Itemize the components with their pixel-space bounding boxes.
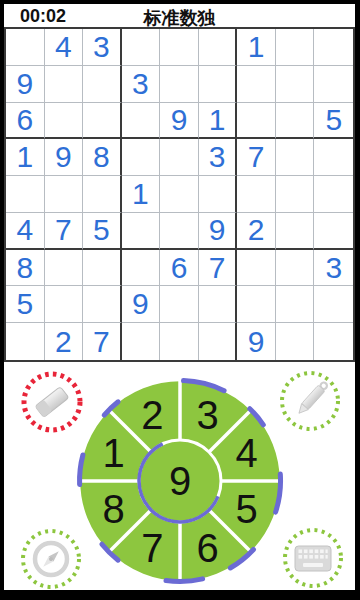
- sudoku-cell-r4c1[interactable]: 1: [6, 139, 45, 176]
- sudoku-cell-r1c9[interactable]: [314, 29, 353, 66]
- wheel-number-8[interactable]: 8: [102, 487, 124, 531]
- sudoku-cell-r6c9[interactable]: [314, 213, 353, 250]
- sudoku-cell-r8c8[interactable]: [276, 286, 315, 323]
- pencil-icon: [296, 380, 330, 416]
- sudoku-cell-r9c2[interactable]: 2: [45, 323, 84, 360]
- sudoku-cell-r8c7[interactable]: [237, 286, 276, 323]
- sudoku-cell-r6c4[interactable]: [122, 213, 161, 250]
- sudoku-cell-r1c3[interactable]: 3: [83, 29, 122, 66]
- sudoku-cell-r3c7[interactable]: [237, 103, 276, 140]
- sudoku-cell-r4c3[interactable]: 8: [83, 139, 122, 176]
- sudoku-cell-r4c8[interactable]: [276, 139, 315, 176]
- sudoku-cell-r7c2[interactable]: [45, 250, 84, 287]
- sudoku-cell-r5c7[interactable]: [237, 176, 276, 213]
- wheel-number-2[interactable]: 2: [141, 393, 163, 437]
- header-bar: 00:02 标准数独: [4, 4, 355, 27]
- compass-button[interactable]: [19, 527, 83, 591]
- sudoku-cell-r4c7[interactable]: 7: [237, 139, 276, 176]
- sudoku-cell-r3c3[interactable]: [83, 103, 122, 140]
- sudoku-cell-r2c2[interactable]: [45, 66, 84, 103]
- sudoku-cell-r2c7[interactable]: [237, 66, 276, 103]
- sudoku-cell-r3c6[interactable]: 1: [199, 103, 238, 140]
- sudoku-cell-r8c1[interactable]: 5: [6, 286, 45, 323]
- sudoku-cell-r1c5[interactable]: [160, 29, 199, 66]
- sudoku-cell-r8c4[interactable]: 9: [122, 286, 161, 323]
- sudoku-cell-r7c1[interactable]: 8: [6, 250, 45, 287]
- wheel-number-4[interactable]: 4: [235, 431, 257, 475]
- sudoku-cell-r2c6[interactable]: [199, 66, 238, 103]
- sudoku-cell-r2c8[interactable]: [276, 66, 315, 103]
- sudoku-cell-r6c8[interactable]: [276, 213, 315, 250]
- wheel-number-3[interactable]: 3: [196, 393, 218, 437]
- sudoku-cell-r9c8[interactable]: [276, 323, 315, 360]
- sudoku-cell-r6c2[interactable]: 7: [45, 213, 84, 250]
- sudoku-cell-r2c1[interactable]: 9: [6, 66, 45, 103]
- sudoku-cell-r1c7[interactable]: 1: [237, 29, 276, 66]
- sudoku-cell-r1c1[interactable]: [6, 29, 45, 66]
- sudoku-cell-r9c1[interactable]: [6, 323, 45, 360]
- sudoku-cell-r3c5[interactable]: 9: [160, 103, 199, 140]
- sudoku-cell-r8c3[interactable]: [83, 286, 122, 323]
- sudoku-cell-r6c1[interactable]: 4: [6, 213, 45, 250]
- sudoku-cell-r8c2[interactable]: [45, 286, 84, 323]
- sudoku-cell-r9c5[interactable]: [160, 323, 199, 360]
- wheel-number-7[interactable]: 7: [141, 526, 163, 570]
- sudoku-cell-r5c8[interactable]: [276, 176, 315, 213]
- sudoku-cell-r2c3[interactable]: [83, 66, 122, 103]
- sudoku-cell-r4c6[interactable]: 3: [199, 139, 238, 176]
- wheel-number-5[interactable]: 5: [235, 487, 257, 531]
- sudoku-cell-r3c1[interactable]: 6: [6, 103, 45, 140]
- sudoku-cell-r5c6[interactable]: [199, 176, 238, 213]
- sudoku-cell-r9c6[interactable]: [199, 323, 238, 360]
- sudoku-cell-r7c6[interactable]: 7: [199, 250, 238, 287]
- sudoku-cell-r4c5[interactable]: [160, 139, 199, 176]
- sudoku-cell-r9c9[interactable]: [314, 323, 353, 360]
- sudoku-cell-r4c4[interactable]: [122, 139, 161, 176]
- sudoku-cell-r5c3[interactable]: [83, 176, 122, 213]
- keyboard-button[interactable]: [281, 526, 345, 590]
- sudoku-cell-r1c2[interactable]: 4: [45, 29, 84, 66]
- wheel-number-6[interactable]: 6: [196, 526, 218, 570]
- sudoku-cell-r1c4[interactable]: [122, 29, 161, 66]
- sudoku-grid: 43193691519837147592867359279: [4, 27, 355, 362]
- sudoku-cell-r5c5[interactable]: [160, 176, 199, 213]
- eraser-icon: [35, 387, 69, 418]
- sudoku-cell-r1c8[interactable]: [276, 29, 315, 66]
- compass-icon: [35, 543, 67, 575]
- sudoku-cell-r4c2[interactable]: 9: [45, 139, 84, 176]
- sudoku-cell-r7c3[interactable]: [83, 250, 122, 287]
- sudoku-cell-r6c7[interactable]: 2: [237, 213, 276, 250]
- sudoku-cell-r7c8[interactable]: [276, 250, 315, 287]
- sudoku-cell-r8c9[interactable]: [314, 286, 353, 323]
- sudoku-cell-r7c5[interactable]: 6: [160, 250, 199, 287]
- content-area: 00:02 标准数独 43193691519837147592867359279: [4, 4, 355, 590]
- wheel-center-9[interactable]: 9: [169, 459, 191, 503]
- sudoku-cell-r3c2[interactable]: [45, 103, 84, 140]
- sudoku-cell-r7c9[interactable]: 3: [314, 250, 353, 287]
- sudoku-cell-r3c9[interactable]: 5: [314, 103, 353, 140]
- sudoku-cell-r3c8[interactable]: [276, 103, 315, 140]
- app-screen: 00:02 标准数独 43193691519837147592867359279: [0, 0, 360, 600]
- number-wheel[interactable]: 1 2 3 4 5 6 7 8 9: [75, 376, 285, 586]
- sudoku-cell-r6c5[interactable]: [160, 213, 199, 250]
- sudoku-cell-r6c6[interactable]: 9: [199, 213, 238, 250]
- sudoku-cell-r5c1[interactable]: [6, 176, 45, 213]
- sudoku-cell-r8c6[interactable]: [199, 286, 238, 323]
- eraser-button[interactable]: [20, 370, 84, 434]
- pencil-button[interactable]: [278, 369, 342, 433]
- sudoku-cell-r7c7[interactable]: [237, 250, 276, 287]
- sudoku-cell-r3c4[interactable]: [122, 103, 161, 140]
- sudoku-cell-r1c6[interactable]: [199, 29, 238, 66]
- sudoku-cell-r2c9[interactable]: [314, 66, 353, 103]
- sudoku-cell-r4c9[interactable]: [314, 139, 353, 176]
- sudoku-cell-r6c3[interactable]: 5: [83, 213, 122, 250]
- sudoku-cell-r9c7[interactable]: 9: [237, 323, 276, 360]
- sudoku-cell-r9c4[interactable]: [122, 323, 161, 360]
- sudoku-cell-r5c4[interactable]: 1: [122, 176, 161, 213]
- sudoku-cell-r2c4[interactable]: 3: [122, 66, 161, 103]
- sudoku-cell-r2c5[interactable]: [160, 66, 199, 103]
- keyboard-icon: [295, 546, 331, 571]
- sudoku-cell-r8c5[interactable]: [160, 286, 199, 323]
- sudoku-cell-r5c9[interactable]: [314, 176, 353, 213]
- sudoku-cell-r7c4[interactable]: [122, 250, 161, 287]
- sudoku-cell-r5c2[interactable]: [45, 176, 84, 213]
- sudoku-cell-r9c3[interactable]: 7: [83, 323, 122, 360]
- wheel-number-1[interactable]: 1: [102, 431, 124, 475]
